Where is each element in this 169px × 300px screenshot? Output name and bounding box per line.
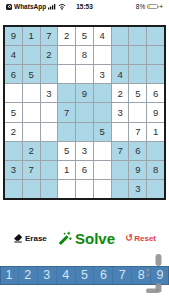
- cell-r2c2[interactable]: [23, 46, 40, 64]
- cell-r9c1[interactable]: [5, 180, 22, 198]
- cell-r9c8[interactable]: 3: [129, 180, 146, 198]
- sudoku-grid: 91725442865343925657392571253763716983: [3, 25, 166, 200]
- cell-r7c2[interactable]: 2: [23, 142, 40, 160]
- cell-r7c3[interactable]: [41, 142, 58, 160]
- cell-r2c4[interactable]: [58, 46, 75, 64]
- cell-r4c3[interactable]: 3: [41, 84, 58, 102]
- cell-r8c4[interactable]: 1: [58, 161, 75, 179]
- cell-r3c5[interactable]: [76, 65, 93, 83]
- cell-r3c2[interactable]: 5: [23, 65, 40, 83]
- cell-r2c1[interactable]: 4: [5, 46, 22, 64]
- cell-r7c7[interactable]: 7: [112, 142, 129, 160]
- cell-r3c7[interactable]: 4: [112, 65, 129, 83]
- cell-r5c1[interactable]: 5: [5, 103, 22, 121]
- cell-r4c1[interactable]: [5, 84, 22, 102]
- cell-r8c7[interactable]: [112, 161, 129, 179]
- cell-r1c8[interactable]: [129, 27, 146, 45]
- cell-r4c9[interactable]: 6: [147, 84, 164, 102]
- cell-r2c7[interactable]: [112, 46, 129, 64]
- numpad-1[interactable]: 1: [0, 266, 18, 285]
- app-screen: WhatsApp 15:53 8% + 91725442865343925657…: [0, 0, 169, 300]
- active-app-label[interactable]: WhatsApp: [14, 3, 46, 10]
- cell-r8c6[interactable]: [94, 161, 111, 179]
- whatsapp-app-icon[interactable]: [6, 4, 12, 10]
- cell-r3c8[interactable]: [129, 65, 146, 83]
- status-bar: WhatsApp 15:53 8% +: [0, 0, 169, 13]
- cell-r8c3[interactable]: [41, 161, 58, 179]
- reset-button[interactable]: ↺ Reset: [125, 233, 156, 243]
- cell-r6c7[interactable]: [112, 123, 129, 141]
- cell-r5c6[interactable]: [94, 103, 111, 121]
- cell-r9c3[interactable]: [41, 180, 58, 198]
- magic-wand-icon: [57, 231, 72, 246]
- cell-r7c4[interactable]: 5: [58, 142, 75, 160]
- solve-button[interactable]: Solve: [57, 230, 115, 247]
- controls-bar: Erase Solve ↺ Reset: [0, 225, 169, 251]
- cell-r1c1[interactable]: 9: [5, 27, 22, 45]
- cellular-signal-icon: [48, 3, 56, 10]
- numpad-4[interactable]: 4: [56, 266, 75, 285]
- cell-r4c8[interactable]: 5: [129, 84, 146, 102]
- cell-r6c6[interactable]: 5: [94, 123, 111, 141]
- wifi-icon: [58, 3, 66, 10]
- numpad-5[interactable]: 5: [75, 266, 94, 285]
- cell-r2c9[interactable]: [147, 46, 164, 64]
- numpad-2[interactable]: 2: [18, 266, 37, 285]
- cell-r1c5[interactable]: 5: [76, 27, 93, 45]
- cell-r1c2[interactable]: 1: [23, 27, 40, 45]
- reset-label: Reset: [134, 234, 156, 243]
- cell-r5c5[interactable]: [76, 103, 93, 121]
- numpad-9[interactable]: 9: [150, 266, 169, 285]
- cell-r2c3[interactable]: 2: [41, 46, 58, 64]
- cell-r1c4[interactable]: 2: [58, 27, 75, 45]
- cell-r9c9[interactable]: [147, 180, 164, 198]
- numpad-3[interactable]: 3: [37, 266, 56, 285]
- erase-label: Erase: [25, 234, 47, 243]
- cell-r4c2[interactable]: [23, 84, 40, 102]
- cell-r7c1[interactable]: [5, 142, 22, 160]
- cell-r7c9[interactable]: [147, 142, 164, 160]
- cell-r7c5[interactable]: 3: [76, 142, 93, 160]
- battery-icon: [147, 4, 158, 10]
- cell-r5c9[interactable]: 9: [147, 103, 164, 121]
- numpad: 123456789: [0, 266, 169, 285]
- eraser-icon: [13, 233, 23, 243]
- cell-r8c2[interactable]: 7: [23, 161, 40, 179]
- cell-r6c8[interactable]: 7: [129, 123, 146, 141]
- cell-r5c2[interactable]: [23, 103, 40, 121]
- cell-r6c5[interactable]: [76, 123, 93, 141]
- cell-r6c1[interactable]: 2: [5, 123, 22, 141]
- cell-r5c3[interactable]: [41, 103, 58, 121]
- cell-r2c5[interactable]: 8: [76, 46, 93, 64]
- numpad-8[interactable]: 8: [131, 266, 150, 285]
- battery-percent: 8%: [136, 3, 145, 10]
- cell-r9c5[interactable]: [76, 180, 93, 198]
- charging-plus: +: [159, 3, 163, 10]
- cell-r1c3[interactable]: 7: [41, 27, 58, 45]
- numpad-7[interactable]: 7: [112, 266, 131, 285]
- battery-level-fill: [148, 5, 150, 8]
- cell-r8c5[interactable]: 6: [76, 161, 93, 179]
- cell-r8c1[interactable]: 3: [5, 161, 22, 179]
- cell-r4c4[interactable]: [58, 84, 75, 102]
- cell-r9c2[interactable]: [23, 180, 40, 198]
- cell-r9c7[interactable]: [112, 180, 129, 198]
- cell-r3c4[interactable]: [58, 65, 75, 83]
- cell-r1c6[interactable]: 4: [94, 27, 111, 45]
- cell-r7c6[interactable]: [94, 142, 111, 160]
- numpad-6[interactable]: 6: [93, 266, 112, 285]
- cell-r7c8[interactable]: 6: [129, 142, 146, 160]
- cell-r1c9[interactable]: [147, 27, 164, 45]
- reset-icon: ↺: [125, 233, 133, 243]
- cell-r3c1[interactable]: 6: [5, 65, 22, 83]
- cell-r8c9[interactable]: 8: [147, 161, 164, 179]
- erase-button[interactable]: Erase: [13, 233, 47, 243]
- cell-r9c4[interactable]: [58, 180, 75, 198]
- cell-r4c6[interactable]: [94, 84, 111, 102]
- cell-r5c8[interactable]: [129, 103, 146, 121]
- cell-r6c3[interactable]: [41, 123, 58, 141]
- cell-r3c9[interactable]: [147, 65, 164, 83]
- cell-r5c7[interactable]: 3: [112, 103, 129, 121]
- cell-r6c9[interactable]: 1: [147, 123, 164, 141]
- cell-r3c3[interactable]: [41, 65, 58, 83]
- cell-r1c7[interactable]: [112, 27, 129, 45]
- cell-r9c6[interactable]: [94, 180, 111, 198]
- status-time: 15:53: [76, 3, 93, 10]
- cell-r6c2[interactable]: [23, 123, 40, 141]
- cell-r4c7[interactable]: 2: [112, 84, 129, 102]
- cell-r2c6[interactable]: [94, 46, 111, 64]
- cell-r5c4[interactable]: 7: [58, 103, 75, 121]
- cell-r4c5[interactable]: 9: [76, 84, 93, 102]
- cell-r6c4[interactable]: [58, 123, 75, 141]
- cell-r8c8[interactable]: 9: [129, 161, 146, 179]
- cell-r3c6[interactable]: 3: [94, 65, 111, 83]
- cell-r2c8[interactable]: [129, 46, 146, 64]
- solve-label: Solve: [75, 230, 115, 247]
